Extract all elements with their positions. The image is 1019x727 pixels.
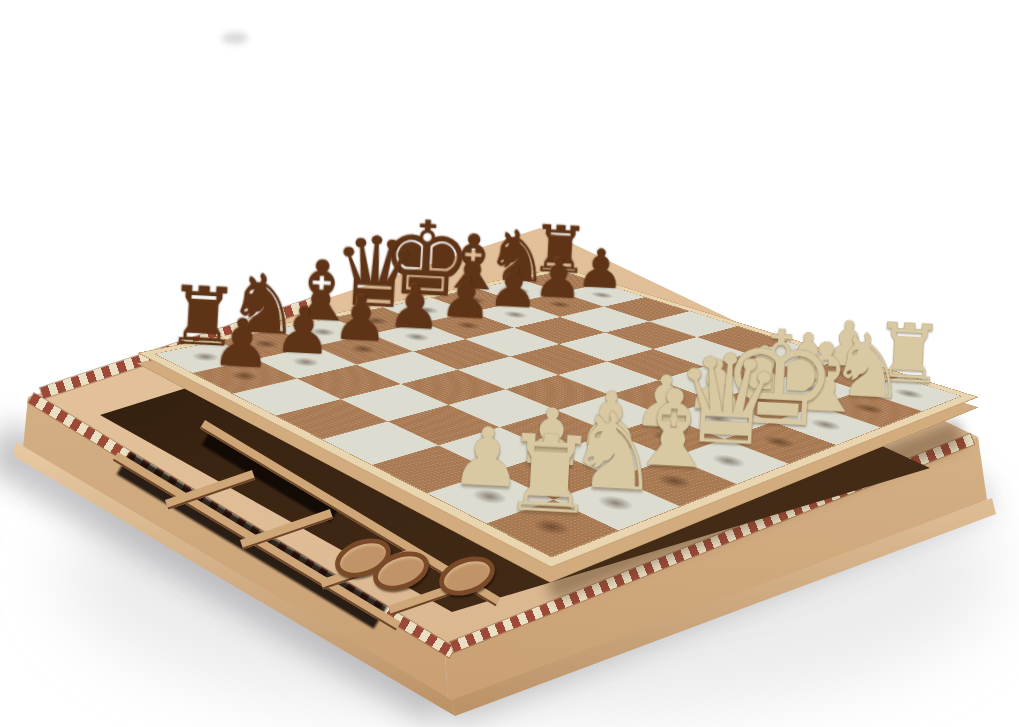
chess-board: ♜♟♟♜♞♟♟♞♝♟♟♝♚♟♟♚♛♟♟♛♝♟♟♝♞♟♟♞♜♟♟♜	[137, 267, 979, 568]
product-photo-scene: Overhead product photo of a wooden chess…	[0, 0, 1019, 727]
board-perspective-scene: ♜♟♟♜♞♟♟♞♝♟♟♝♚♟♟♚♛♟♟♛♝♟♟♝♞♟♟♞♜♟♟♜	[0, 0, 1019, 727]
board-grid: ♜♟♟♜♞♟♟♞♝♟♟♝♚♟♟♚♛♟♟♛♝♟♟♝♞♟♟♞♜♟♟♜	[154, 271, 962, 558]
rook-glyph: ♜	[455, 419, 645, 534]
pawn-glyph: ♟	[167, 307, 316, 381]
